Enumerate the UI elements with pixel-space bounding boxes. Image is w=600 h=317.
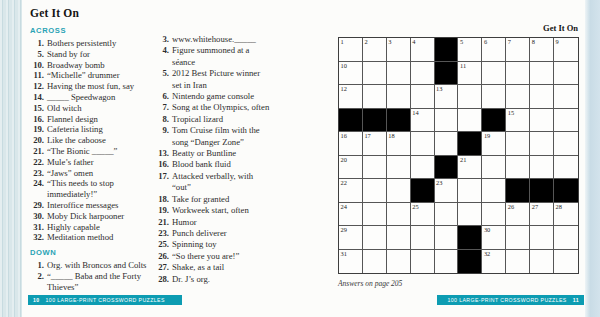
- cell-number: 6: [484, 38, 487, 46]
- cell-number: 23: [436, 179, 442, 187]
- cell-number: 10: [341, 62, 347, 70]
- puzzle-title-right: Get It On: [543, 23, 578, 33]
- cell-r3c5[interactable]: 13: [435, 85, 459, 109]
- cell-r7c1[interactable]: 22: [339, 179, 363, 203]
- cell-number: 20: [341, 156, 347, 164]
- cell-r6c7[interactable]: [482, 156, 506, 180]
- cell-r7c5[interactable]: 23: [435, 179, 459, 203]
- cell-r8c10[interactable]: 28: [554, 203, 578, 227]
- cell-r8c8[interactable]: 26: [506, 203, 530, 227]
- cell-number: 26: [508, 203, 514, 211]
- cell-r6c2[interactable]: [363, 156, 387, 180]
- cell-r8c3[interactable]: [387, 203, 411, 227]
- cell-number: 3: [388, 38, 391, 46]
- book-spread: Get It On ACROSS 1.Bothers persistently5…: [0, 0, 600, 317]
- cell-r9c3[interactable]: [387, 226, 411, 250]
- cell-number: 2: [364, 38, 367, 46]
- cell-number: 11: [460, 62, 466, 70]
- cell-r10c6: [458, 250, 482, 274]
- cell-r4c4[interactable]: 14: [411, 109, 435, 133]
- cell-r1c10[interactable]: 9: [554, 38, 578, 62]
- cell-number: 18: [388, 132, 394, 140]
- cell-r4c1: [339, 109, 363, 133]
- cell-r10c4[interactable]: [411, 250, 435, 274]
- cell-number: 17: [364, 132, 370, 140]
- cell-r10c7[interactable]: 32: [482, 250, 506, 274]
- cell-r4c6[interactable]: [458, 109, 482, 133]
- cell-r3c10[interactable]: [554, 85, 578, 109]
- cell-r3c7[interactable]: [482, 85, 506, 109]
- cell-r4c8[interactable]: 15: [506, 109, 530, 133]
- cell-r2c4[interactable]: [411, 62, 435, 86]
- cell-number: 28: [556, 203, 562, 211]
- cell-r7c7[interactable]: [482, 179, 506, 203]
- cell-r3c9[interactable]: [530, 85, 554, 109]
- cell-r6c10[interactable]: [554, 156, 578, 180]
- cell-r2c7[interactable]: [482, 62, 506, 86]
- cell-r3c8[interactable]: [506, 85, 530, 109]
- cell-r9c10[interactable]: [554, 226, 578, 250]
- cell-r3c4[interactable]: [411, 85, 435, 109]
- cell-r5c1[interactable]: 16: [339, 132, 363, 156]
- cell-r6c9[interactable]: [530, 156, 554, 180]
- cell-number: 19: [484, 132, 490, 140]
- cell-number: 8: [532, 38, 535, 46]
- cell-number: 12: [341, 85, 347, 93]
- cell-r7c2[interactable]: [363, 179, 387, 203]
- cell-r6c1[interactable]: 20: [339, 156, 363, 180]
- cell-number: 25: [412, 203, 418, 211]
- answers-note: Answers on page 205: [338, 279, 402, 288]
- cell-number: 9: [556, 38, 559, 46]
- cell-r6c5: [435, 156, 459, 180]
- cell-r9c1[interactable]: 29: [339, 226, 363, 250]
- cell-r5c9[interactable]: [530, 132, 554, 156]
- cell-number: 27: [532, 203, 538, 211]
- grid-page: Get It On 123456789101112131415161718192…: [0, 0, 600, 317]
- cell-r7c8: [506, 179, 530, 203]
- cell-number: 21: [460, 156, 466, 164]
- cell-r8c5[interactable]: [435, 203, 459, 227]
- cell-number: 13: [436, 85, 442, 93]
- cell-r9c9[interactable]: [530, 226, 554, 250]
- cell-r5c2[interactable]: 17: [363, 132, 387, 156]
- cell-number: 31: [341, 250, 347, 258]
- cell-r8c6[interactable]: [458, 203, 482, 227]
- cell-r2c1[interactable]: 10: [339, 62, 363, 86]
- cell-r2c10[interactable]: [554, 62, 578, 86]
- cell-r1c9[interactable]: 8: [530, 38, 554, 62]
- cell-r4c10[interactable]: [554, 109, 578, 133]
- cell-r1c5: [435, 38, 459, 62]
- cell-r9c8[interactable]: [506, 226, 530, 250]
- cell-r10c8[interactable]: [506, 250, 530, 274]
- cell-r2c3[interactable]: [387, 62, 411, 86]
- cell-r5c4[interactable]: [411, 132, 435, 156]
- cell-r1c4[interactable]: 4: [411, 38, 435, 62]
- cell-r5c3[interactable]: 18: [387, 132, 411, 156]
- book-title: 100 LARGE-PRINT CROSSWORD PUZZLES: [448, 297, 567, 303]
- cell-r10c10[interactable]: [554, 250, 578, 274]
- cell-r9c2[interactable]: [363, 226, 387, 250]
- cell-number: 15: [508, 109, 514, 117]
- cell-r3c6[interactable]: [458, 85, 482, 109]
- cell-r2c6[interactable]: 11: [458, 62, 482, 86]
- cell-number: 22: [341, 179, 347, 187]
- cell-r1c2[interactable]: 2: [363, 38, 387, 62]
- cell-number: 14: [412, 109, 418, 117]
- cell-r2c8[interactable]: [506, 62, 530, 86]
- cell-r3c3[interactable]: [387, 85, 411, 109]
- cell-r7c10: [554, 179, 578, 203]
- cell-number: 1: [341, 38, 344, 46]
- cell-r10c1[interactable]: 31: [339, 250, 363, 274]
- cell-r2c2[interactable]: [363, 62, 387, 86]
- cell-r5c10[interactable]: [554, 132, 578, 156]
- cell-r7c4: [411, 179, 435, 203]
- cell-r10c5[interactable]: [435, 250, 459, 274]
- cell-r5c8[interactable]: [506, 132, 530, 156]
- cell-r8c9[interactable]: 27: [530, 203, 554, 227]
- cell-number: 32: [484, 250, 490, 258]
- cell-r1c6[interactable]: 5: [458, 38, 482, 62]
- cell-r2c5: [435, 62, 459, 86]
- cell-r5c7[interactable]: 19: [482, 132, 506, 156]
- cell-r7c3[interactable]: [387, 179, 411, 203]
- cell-r4c5[interactable]: [435, 109, 459, 133]
- cell-r5c5[interactable]: [435, 132, 459, 156]
- cell-r4c3: [387, 109, 411, 133]
- cell-r1c1[interactable]: 1: [339, 38, 363, 62]
- cell-r8c2[interactable]: [363, 203, 387, 227]
- crossword-grid: 1234567891011121314151617181920212223242…: [338, 37, 579, 274]
- cell-r4c9[interactable]: [530, 109, 554, 133]
- cell-r7c6[interactable]: [458, 179, 482, 203]
- cell-number: 5: [460, 38, 463, 46]
- cell-number: 29: [341, 226, 347, 234]
- cell-r10c3[interactable]: [387, 250, 411, 274]
- cell-r10c9[interactable]: [530, 250, 554, 274]
- cell-r6c6[interactable]: 21: [458, 156, 482, 180]
- cell-r7c9: [530, 179, 554, 203]
- cell-number: 7: [508, 38, 511, 46]
- cell-number: 4: [412, 38, 415, 46]
- right-page-footer: 100 LARGE-PRINT CROSSWORD PUZZLES 11: [437, 295, 584, 305]
- cell-r1c8[interactable]: 7: [506, 38, 530, 62]
- cell-r8c4[interactable]: 25: [411, 203, 435, 227]
- cell-r10c2[interactable]: [363, 250, 387, 274]
- cell-number: 16: [341, 132, 347, 140]
- cell-r5c6: [458, 132, 482, 156]
- cell-r6c3[interactable]: [387, 156, 411, 180]
- cell-r9c5[interactable]: [435, 226, 459, 250]
- cell-r2c9[interactable]: [530, 62, 554, 86]
- cell-r3c1[interactable]: 12: [339, 85, 363, 109]
- cell-r8c1[interactable]: 24: [339, 203, 363, 227]
- cell-r9c7[interactable]: 30: [482, 226, 506, 250]
- cell-r3c2[interactable]: [363, 85, 387, 109]
- cell-r1c7[interactable]: 6: [482, 38, 506, 62]
- right-page-number: 11: [573, 297, 579, 303]
- cell-r8c7[interactable]: [482, 203, 506, 227]
- cell-number: 24: [341, 203, 347, 211]
- cell-r1c3[interactable]: 3: [387, 38, 411, 62]
- cell-number: 30: [484, 226, 490, 234]
- cell-r6c8[interactable]: [506, 156, 530, 180]
- cell-r9c6: [458, 226, 482, 250]
- cell-r4c7: [482, 109, 506, 133]
- cell-r9c4[interactable]: [411, 226, 435, 250]
- cell-r6c4[interactable]: [411, 156, 435, 180]
- cell-r4c2: [363, 109, 387, 133]
